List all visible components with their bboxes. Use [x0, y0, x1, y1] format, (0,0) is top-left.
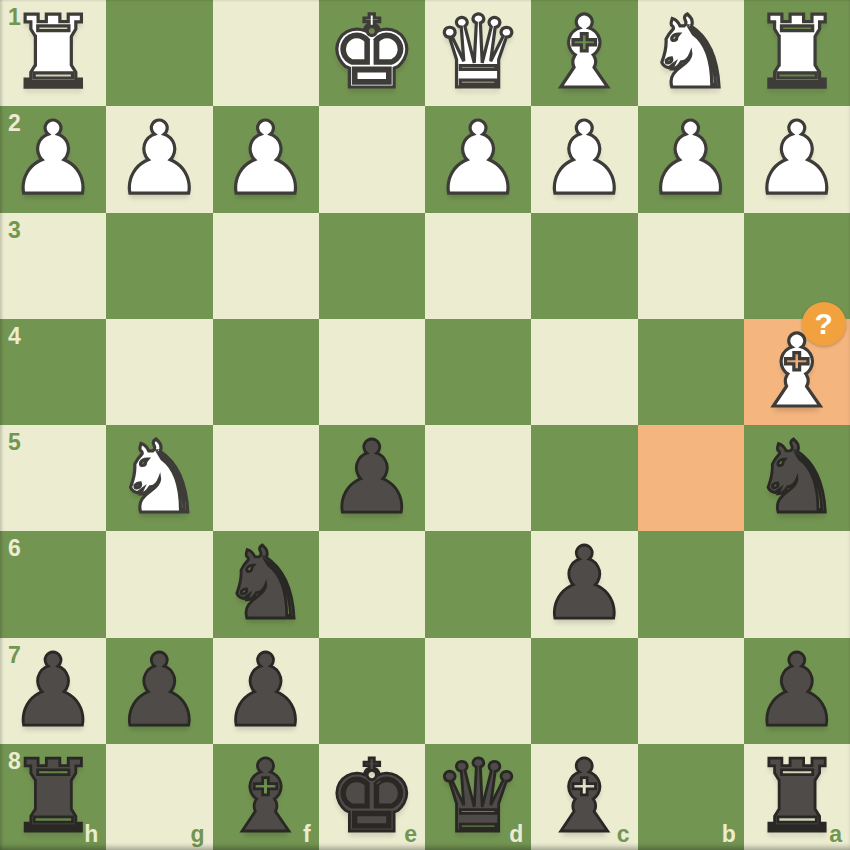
square-a3[interactable]: [744, 213, 850, 319]
square-g5[interactable]: ♞: [106, 425, 212, 531]
square-f7[interactable]: ♟: [213, 638, 319, 744]
square-d8[interactable]: d♛: [425, 744, 531, 850]
square-f5[interactable]: [213, 425, 319, 531]
square-f1[interactable]: [213, 0, 319, 106]
white-knight-icon[interactable]: ♞: [106, 425, 212, 531]
square-b5[interactable]: [638, 425, 744, 531]
white-queen-icon[interactable]: ♛: [425, 0, 531, 106]
black-king-icon[interactable]: ♚: [319, 744, 425, 850]
square-c2[interactable]: ♟: [531, 106, 637, 212]
square-a8[interactable]: a♜: [744, 744, 850, 850]
black-rook-icon[interactable]: ♜: [744, 744, 850, 850]
file-label-g: g: [190, 823, 204, 846]
square-b7[interactable]: [638, 638, 744, 744]
square-h1[interactable]: 1♜: [0, 0, 106, 106]
white-pawn-icon[interactable]: ♟: [106, 106, 212, 212]
chess-board: 1♜♚♛♝♞♜2♟♟♟♟♟♟♟34♝?5♞♟♞6♞♟7♟♟♟♟8h♜gf♝e♚d…: [0, 0, 850, 850]
white-bishop-icon[interactable]: ♝: [531, 0, 637, 106]
white-rook-icon[interactable]: ♜: [0, 0, 106, 106]
square-h6[interactable]: 6: [0, 531, 106, 637]
square-d6[interactable]: [425, 531, 531, 637]
rank-label-4: 4: [8, 325, 21, 348]
square-c5[interactable]: [531, 425, 637, 531]
square-h3[interactable]: 3: [0, 213, 106, 319]
square-g8[interactable]: g: [106, 744, 212, 850]
square-h7[interactable]: 7♟: [0, 638, 106, 744]
square-c4[interactable]: [531, 319, 637, 425]
black-pawn-icon[interactable]: ♟: [213, 638, 319, 744]
square-g1[interactable]: [106, 0, 212, 106]
square-f6[interactable]: ♞: [213, 531, 319, 637]
square-d5[interactable]: [425, 425, 531, 531]
square-e2[interactable]: [319, 106, 425, 212]
square-d4[interactable]: [425, 319, 531, 425]
square-c8[interactable]: c♝: [531, 744, 637, 850]
square-e7[interactable]: [319, 638, 425, 744]
square-c7[interactable]: [531, 638, 637, 744]
square-g6[interactable]: [106, 531, 212, 637]
square-a5[interactable]: ♞: [744, 425, 850, 531]
black-pawn-icon[interactable]: ♟: [0, 638, 106, 744]
square-c3[interactable]: [531, 213, 637, 319]
square-h2[interactable]: 2♟: [0, 106, 106, 212]
square-f3[interactable]: [213, 213, 319, 319]
rank-label-5: 5: [8, 431, 21, 454]
square-g2[interactable]: ♟: [106, 106, 212, 212]
white-bishop-icon[interactable]: ♝: [744, 319, 850, 425]
black-queen-icon[interactable]: ♛: [425, 744, 531, 850]
square-a2[interactable]: ♟: [744, 106, 850, 212]
square-b6[interactable]: [638, 531, 744, 637]
black-bishop-icon[interactable]: ♝: [213, 744, 319, 850]
white-pawn-icon[interactable]: ♟: [0, 106, 106, 212]
black-bishop-icon[interactable]: ♝: [531, 744, 637, 850]
black-rook-icon[interactable]: ♜: [0, 744, 106, 850]
square-b2[interactable]: ♟: [638, 106, 744, 212]
square-e8[interactable]: e♚: [319, 744, 425, 850]
square-h4[interactable]: 4: [0, 319, 106, 425]
square-b4[interactable]: [638, 319, 744, 425]
white-pawn-icon[interactable]: ♟: [213, 106, 319, 212]
black-pawn-icon[interactable]: ♟: [744, 638, 850, 744]
rank-label-3: 3: [8, 219, 21, 242]
square-h8[interactable]: 8h♜: [0, 744, 106, 850]
square-e4[interactable]: [319, 319, 425, 425]
square-d7[interactable]: [425, 638, 531, 744]
square-e1[interactable]: ♚: [319, 0, 425, 106]
square-d2[interactable]: ♟: [425, 106, 531, 212]
square-c6[interactable]: ♟: [531, 531, 637, 637]
rank-label-6: 6: [8, 537, 21, 560]
square-b8[interactable]: b: [638, 744, 744, 850]
square-b1[interactable]: ♞: [638, 0, 744, 106]
square-f4[interactable]: [213, 319, 319, 425]
square-e6[interactable]: [319, 531, 425, 637]
black-pawn-icon[interactable]: ♟: [319, 425, 425, 531]
square-h5[interactable]: 5: [0, 425, 106, 531]
square-g4[interactable]: [106, 319, 212, 425]
square-a7[interactable]: ♟: [744, 638, 850, 744]
square-e3[interactable]: [319, 213, 425, 319]
file-label-b: b: [722, 823, 736, 846]
square-f8[interactable]: f♝: [213, 744, 319, 850]
square-g7[interactable]: ♟: [106, 638, 212, 744]
square-d3[interactable]: [425, 213, 531, 319]
square-b3[interactable]: [638, 213, 744, 319]
black-pawn-icon[interactable]: ♟: [106, 638, 212, 744]
square-d1[interactable]: ♛: [425, 0, 531, 106]
square-f2[interactable]: ♟: [213, 106, 319, 212]
white-pawn-icon[interactable]: ♟: [425, 106, 531, 212]
white-rook-icon[interactable]: ♜: [744, 0, 850, 106]
white-knight-icon[interactable]: ♞: [638, 0, 744, 106]
square-a6[interactable]: [744, 531, 850, 637]
square-a4[interactable]: ♝?: [744, 319, 850, 425]
square-g3[interactable]: [106, 213, 212, 319]
black-knight-icon[interactable]: ♞: [213, 531, 319, 637]
white-king-icon[interactable]: ♚: [319, 0, 425, 106]
black-knight-icon[interactable]: ♞: [744, 425, 850, 531]
white-pawn-icon[interactable]: ♟: [638, 106, 744, 212]
black-pawn-icon[interactable]: ♟: [531, 531, 637, 637]
white-pawn-icon[interactable]: ♟: [744, 106, 850, 212]
square-e5[interactable]: ♟: [319, 425, 425, 531]
white-pawn-icon[interactable]: ♟: [531, 106, 637, 212]
square-c1[interactable]: ♝: [531, 0, 637, 106]
square-a1[interactable]: ♜: [744, 0, 850, 106]
